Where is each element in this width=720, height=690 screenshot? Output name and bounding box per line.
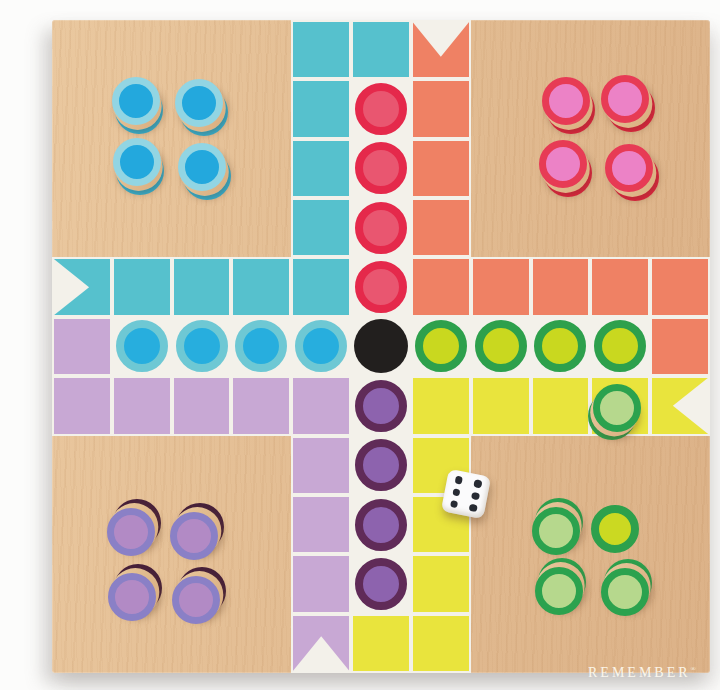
piece-top	[113, 138, 161, 186]
piece-purple-yard-8[interactable]	[107, 508, 155, 556]
piece-purple-yard-10[interactable]	[108, 573, 156, 621]
piece-pink-yard-5[interactable]	[601, 75, 649, 123]
die-pip	[452, 488, 461, 497]
die-pip	[450, 500, 459, 509]
piece-purple-yard-11[interactable]	[172, 576, 220, 624]
yard-painted-spot-green	[591, 505, 639, 553]
brand-reg-icon: ®	[691, 665, 696, 673]
piece-pink-yard-7[interactable]	[605, 144, 653, 192]
piece-top	[108, 573, 156, 621]
piece-cyan-yard-2[interactable]	[113, 138, 161, 186]
piece-top	[535, 567, 583, 615]
piece-green-yard-14[interactable]	[601, 568, 649, 616]
die-pip	[454, 476, 463, 485]
piece-green-yard-12[interactable]	[532, 507, 580, 555]
piece-green-yard-13[interactable]	[535, 567, 583, 615]
piece-green-on-track-15[interactable]	[593, 384, 641, 432]
die-pip	[474, 480, 483, 489]
piece-top	[178, 143, 226, 191]
piece-top	[170, 512, 218, 560]
piece-cyan-yard-0[interactable]	[112, 77, 160, 125]
piece-top	[601, 568, 649, 616]
piece-pink-yard-6[interactable]	[539, 140, 587, 188]
piece-top	[532, 507, 580, 555]
die-pip	[469, 503, 478, 512]
piece-top	[601, 75, 649, 123]
piece-cyan-yard-3[interactable]	[178, 143, 226, 191]
piece-top	[539, 140, 587, 188]
pieces-layer	[52, 20, 710, 673]
piece-top	[112, 77, 160, 125]
piece-top	[593, 384, 641, 432]
piece-top	[175, 79, 223, 127]
piece-top	[542, 77, 590, 125]
brand-text: REMEMBER	[588, 665, 691, 680]
die-pip	[471, 491, 480, 500]
ludo-board: REMEMBER®	[52, 20, 710, 673]
piece-top	[107, 508, 155, 556]
piece-cyan-yard-1[interactable]	[175, 79, 223, 127]
photo-background: REMEMBER®	[0, 0, 720, 690]
piece-purple-yard-9[interactable]	[170, 512, 218, 560]
brand-logo: REMEMBER®	[588, 665, 696, 681]
piece-pink-yard-4[interactable]	[542, 77, 590, 125]
piece-top	[172, 576, 220, 624]
die-showing-6[interactable]	[441, 469, 491, 519]
piece-top	[605, 144, 653, 192]
